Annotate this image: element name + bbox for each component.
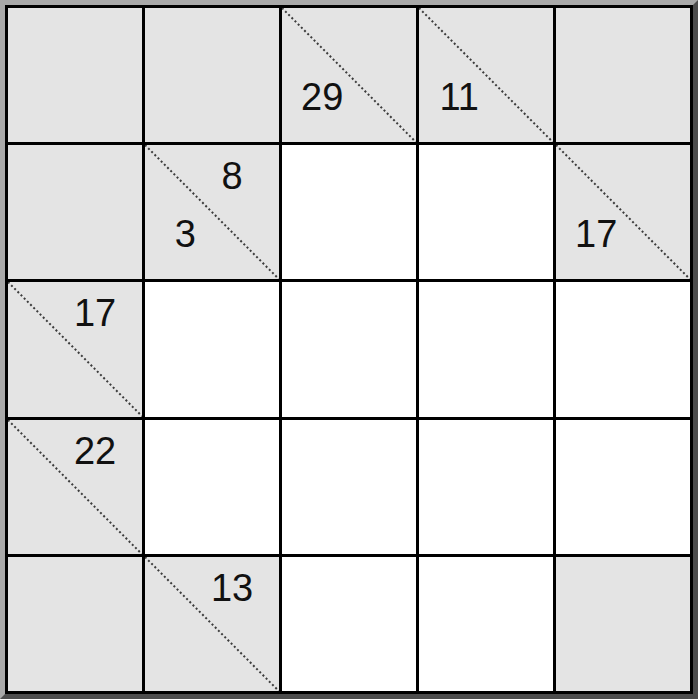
down-clue-number: 17 <box>567 215 626 253</box>
entry-cell[interactable] <box>556 282 690 416</box>
blocked-cell <box>8 557 142 691</box>
clue-cell: 13 <box>145 557 279 691</box>
down-clue-number: 3 <box>156 215 215 253</box>
down-clue-number: 29 <box>293 78 352 116</box>
clue-cell: 22 <box>8 420 142 554</box>
clue-cell: 17 <box>8 282 142 416</box>
entry-cell[interactable] <box>419 282 553 416</box>
kakuro-board: 29113817172213 <box>5 5 693 694</box>
blocked-cell <box>8 8 142 142</box>
down-clue-number: 11 <box>430 78 489 116</box>
blocked-cell <box>145 8 279 142</box>
kakuro-frame: 29113817172213 <box>0 0 698 699</box>
entry-cell[interactable] <box>282 145 416 279</box>
entry-cell[interactable] <box>282 557 416 691</box>
entry-cell[interactable] <box>419 420 553 554</box>
entry-cell[interactable] <box>145 420 279 554</box>
entry-cell[interactable] <box>282 420 416 554</box>
entry-cell[interactable] <box>419 145 553 279</box>
clue-cell: 38 <box>145 145 279 279</box>
blocked-cell <box>556 8 690 142</box>
clue-cell: 11 <box>419 8 553 142</box>
across-clue-number: 8 <box>201 157 263 195</box>
clue-cell: 17 <box>556 145 690 279</box>
clue-cell: 29 <box>282 8 416 142</box>
entry-cell[interactable] <box>145 282 279 416</box>
entry-cell[interactable] <box>556 420 690 554</box>
entry-cell[interactable] <box>419 557 553 691</box>
entry-cell[interactable] <box>282 282 416 416</box>
blocked-cell <box>8 145 142 279</box>
blocked-cell <box>556 557 690 691</box>
across-clue-number: 22 <box>64 432 126 470</box>
across-clue-number: 17 <box>64 294 126 332</box>
across-clue-number: 13 <box>201 569 263 607</box>
